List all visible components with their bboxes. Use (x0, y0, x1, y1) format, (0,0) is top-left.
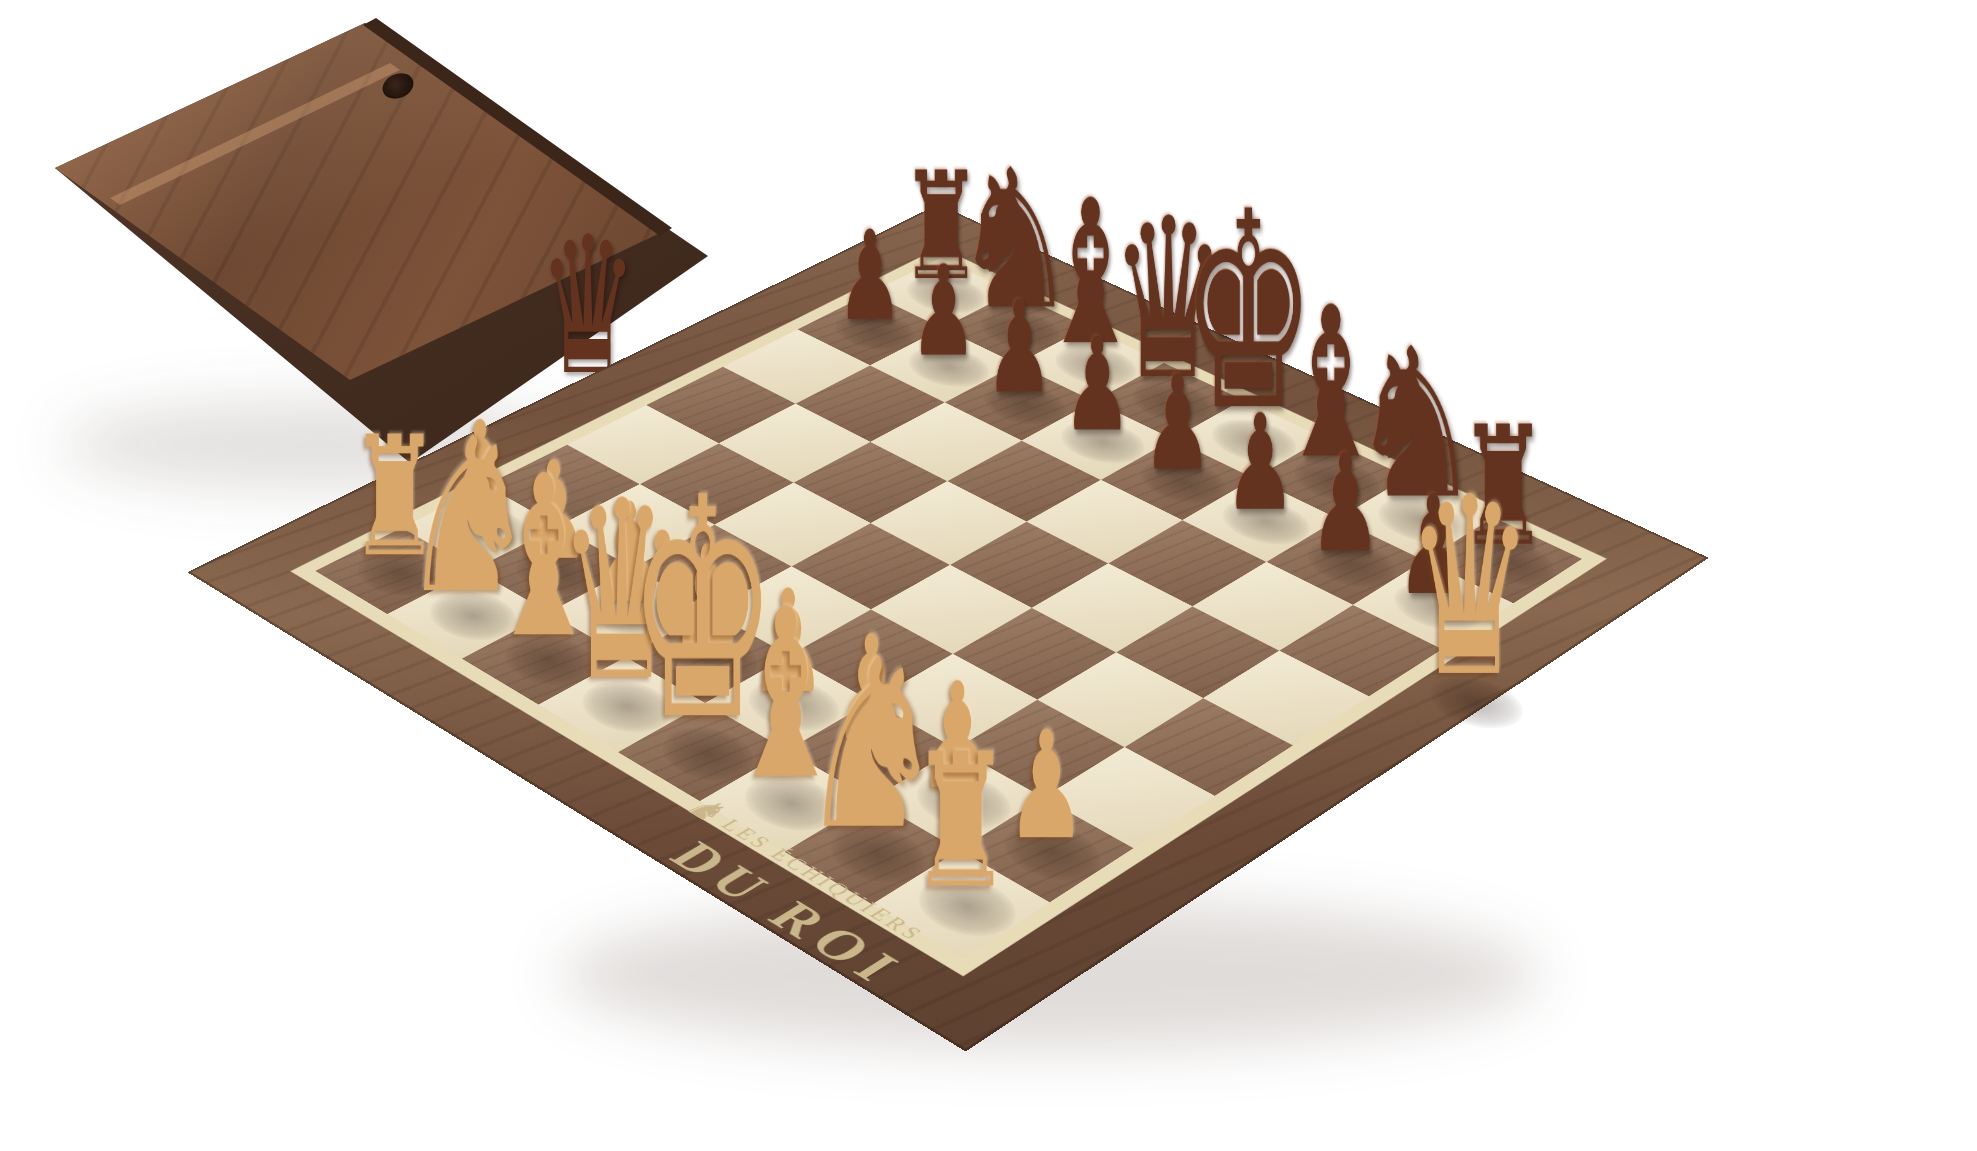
scene: ♜♞♝♛♚♝♞♜♟♟♟♟♟♟♟♟♟♟♟♟♟♟♟♟♜♞♝♛♚♝♞♜♛ ♞ LES … (0, 0, 1977, 1151)
piece-white-pawn-h2-glyph: ♟ (1006, 712, 1086, 861)
board-pieces-layer: ♜♞♝♛♚♝♞♜♟♟♟♟♟♟♟♟♟♟♟♟♟♟♟♟♜♞♝♛♚♝♞♜♛ (315, 258, 1582, 959)
piece-black-pawn-d7-glyph: ♟ (1063, 321, 1132, 450)
piece-black-pawn-f7-glyph: ♟ (1225, 397, 1296, 530)
piece-black-pawn-a7-glyph: ♟ (837, 214, 903, 338)
spare-white-queen[interactable]: ♛ (1386, 654, 1552, 749)
piece-black-pawn-g7-glyph: ♟ (1309, 436, 1382, 571)
piece-black-pawn-e7-glyph: ♟ (1142, 358, 1212, 489)
piece-black-pawn-c7-glyph: ♟ (985, 284, 1053, 411)
piece-white-rook-h1-glyph: ♜ (909, 730, 1012, 915)
chess-board: ♜♞♝♛♚♝♞♜♟♟♟♟♟♟♟♟♟♟♟♟♟♟♟♟♜♞♝♛♚♝♞♜♛ ♞ LES … (187, 204, 1708, 1051)
spare-white-queen-glyph: ♛ (1405, 464, 1533, 710)
piece-black-pawn-b7-glyph: ♟ (910, 249, 977, 374)
